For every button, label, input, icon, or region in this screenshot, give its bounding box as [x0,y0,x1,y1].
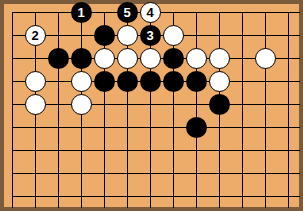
board-intersection[interactable]: 3 [139,24,162,47]
board-intersection[interactable] [1,139,24,162]
board-intersection[interactable] [116,47,139,70]
board-intersection[interactable] [93,139,116,162]
board-intersection[interactable] [208,70,231,93]
move-number-label: 2 [31,29,38,42]
board-intersection[interactable] [24,139,47,162]
board-intersection[interactable] [139,93,162,116]
board-intersection[interactable] [93,70,116,93]
board-intersection[interactable] [47,1,70,24]
board-intersection[interactable] [70,185,93,208]
board-intersection[interactable] [185,116,208,139]
board-intersection[interactable] [162,47,185,70]
board-intersection[interactable] [208,116,231,139]
board-intersection[interactable] [162,1,185,24]
board-intersection[interactable] [139,116,162,139]
board-intersection[interactable] [162,162,185,185]
white-stone [117,25,138,46]
board-intersection[interactable] [185,1,208,24]
board-intersection[interactable] [47,116,70,139]
board-intersection[interactable] [185,24,208,47]
white-stone [71,71,92,92]
board-intersection[interactable] [277,162,300,185]
board-intersection[interactable] [70,116,93,139]
board-intersection[interactable] [162,70,185,93]
board-intersection[interactable] [139,70,162,93]
black-stone [71,48,92,69]
board-intersection[interactable] [208,139,231,162]
board-intersection[interactable] [93,47,116,70]
board-intersection[interactable] [254,162,277,185]
board-intersection[interactable] [208,24,231,47]
white-stone [94,48,115,69]
board-intersection[interactable]: 5 [116,1,139,24]
board-intersection[interactable] [1,185,24,208]
black-stone [186,71,207,92]
board-intersection[interactable] [47,93,70,116]
black-stone [94,25,115,46]
board-intersection[interactable] [231,70,254,93]
board-intersection[interactable] [185,185,208,208]
board-intersection[interactable] [277,139,300,162]
white-stone [163,25,184,46]
board-intersection[interactable] [231,162,254,185]
board-intersection[interactable] [254,24,277,47]
board-intersection[interactable] [254,116,277,139]
board-intersection[interactable] [1,162,24,185]
board-intersection[interactable] [254,185,277,208]
board-intersection[interactable] [231,1,254,24]
board-intersection[interactable] [47,185,70,208]
board-intersection[interactable] [70,93,93,116]
board-intersection[interactable] [70,47,93,70]
board-intersection[interactable] [116,24,139,47]
board-intersection[interactable] [93,1,116,24]
board-intersection[interactable] [24,1,47,24]
white-stone [209,48,230,69]
white-stone [25,94,46,115]
board-intersection[interactable] [185,70,208,93]
board-intersection[interactable] [70,24,93,47]
board-intersection[interactable] [185,162,208,185]
board-intersection[interactable] [139,139,162,162]
board-intersection[interactable] [70,139,93,162]
board-grid: 15423 [1,1,300,208]
board-intersection[interactable] [116,93,139,116]
board-intersection[interactable] [70,162,93,185]
board-intersection[interactable] [1,24,24,47]
black-stone [140,71,161,92]
board-intersection[interactable] [254,93,277,116]
white-stone [117,48,138,69]
move-number-label: 4 [146,6,153,19]
board-intersection[interactable] [162,93,185,116]
board-frame-bottom [0,207,303,211]
white-stone [255,48,276,69]
board-intersection[interactable] [1,93,24,116]
board-intersection[interactable] [277,70,300,93]
board-intersection[interactable] [47,47,70,70]
board-intersection[interactable] [162,24,185,47]
board-intersection[interactable] [231,139,254,162]
board-intersection[interactable] [47,24,70,47]
board-intersection[interactable] [277,24,300,47]
white-stone: 4 [140,2,161,23]
board-frame-right [299,0,303,211]
board-intersection[interactable] [277,185,300,208]
board-intersection[interactable] [116,162,139,185]
board-intersection[interactable] [162,116,185,139]
board-intersection[interactable]: 1 [70,1,93,24]
board-intersection[interactable] [231,116,254,139]
board-intersection[interactable] [1,47,24,70]
board-intersection[interactable] [231,185,254,208]
board-intersection[interactable]: 2 [24,24,47,47]
white-stone [140,48,161,69]
board-intersection[interactable] [24,47,47,70]
black-stone: 1 [71,2,92,23]
board-intersection[interactable] [231,24,254,47]
black-stone [163,71,184,92]
board-intersection[interactable] [24,162,47,185]
board-intersection[interactable] [208,1,231,24]
board-intersection[interactable] [116,116,139,139]
white-stone [25,71,46,92]
board-intersection[interactable] [70,70,93,93]
board-intersection[interactable] [24,185,47,208]
move-number-label: 1 [77,6,84,19]
go-board: 15423 [0,0,303,211]
board-intersection[interactable] [185,47,208,70]
white-stone: 2 [25,25,46,46]
board-intersection[interactable] [93,24,116,47]
board-intersection[interactable] [116,185,139,208]
black-stone [186,117,207,138]
black-stone [209,94,230,115]
board-intersection[interactable] [47,70,70,93]
board-intersection[interactable] [254,47,277,70]
board-intersection[interactable] [24,116,47,139]
board-intersection[interactable] [93,185,116,208]
board-intersection[interactable] [93,93,116,116]
board-intersection[interactable] [47,139,70,162]
board-intersection[interactable] [1,1,24,24]
board-intersection[interactable] [24,93,47,116]
board-intersection[interactable] [93,162,116,185]
black-stone: 5 [117,2,138,23]
board-intersection[interactable] [93,116,116,139]
board-intersection[interactable] [162,139,185,162]
board-intersection[interactable] [116,139,139,162]
move-number-label: 5 [123,6,130,19]
board-intersection[interactable] [208,93,231,116]
black-stone [163,48,184,69]
board-intersection[interactable] [185,93,208,116]
board-intersection[interactable] [139,47,162,70]
board-intersection[interactable] [254,1,277,24]
board-intersection[interactable]: 4 [139,1,162,24]
board-intersection[interactable] [185,139,208,162]
board-intersection[interactable] [162,185,185,208]
board-intersection[interactable] [1,70,24,93]
board-intersection[interactable] [1,116,24,139]
white-stone [186,48,207,69]
board-intersection[interactable] [277,1,300,24]
black-stone [94,71,115,92]
black-stone [117,71,138,92]
board-intersection[interactable] [139,162,162,185]
board-intersection[interactable] [277,116,300,139]
white-stone [209,71,230,92]
board-intersection[interactable] [231,47,254,70]
black-stone [48,48,69,69]
board-intersection[interactable] [208,185,231,208]
board-intersection[interactable] [208,47,231,70]
board-intersection[interactable] [254,139,277,162]
board-intersection[interactable] [277,47,300,70]
board-intersection[interactable] [24,70,47,93]
board-intersection[interactable] [277,93,300,116]
black-stone: 3 [140,25,161,46]
board-intersection[interactable] [208,162,231,185]
board-intersection[interactable] [254,70,277,93]
white-stone [71,94,92,115]
board-intersection[interactable] [47,162,70,185]
board-intersection[interactable] [231,93,254,116]
board-intersection[interactable] [116,70,139,93]
board-intersection[interactable] [139,185,162,208]
move-number-label: 3 [146,29,153,42]
